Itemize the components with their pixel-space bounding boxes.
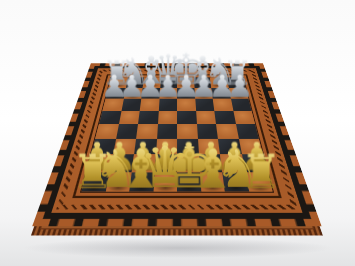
floor-shadow bbox=[22, 238, 334, 258]
chess-set-photo: ♜♞♝♛♚♝♞♜♟♟♟♟♟♟♟♟♟♟♟♟♟♟♟♟♜♞♝♛♚♝♞♜ bbox=[0, 0, 355, 266]
chess-board: ♜♞♝♛♚♝♞♜♟♟♟♟♟♟♟♟♟♟♟♟♟♟♟♟♜♞♝♛♚♝♞♜ bbox=[37, 64, 316, 222]
square-h1[interactable]: ♜ bbox=[245, 172, 273, 192]
white-rook: ♜ bbox=[232, 149, 291, 196]
